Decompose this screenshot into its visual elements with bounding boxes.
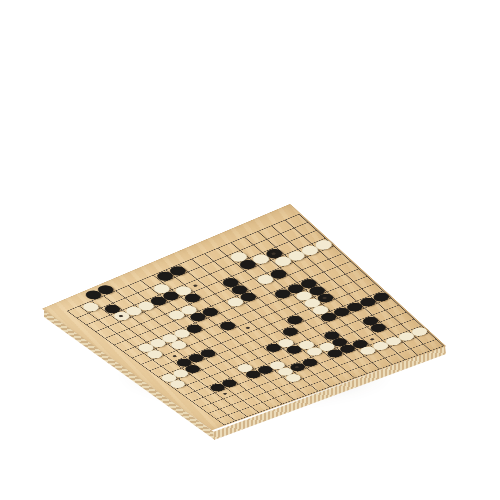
photo-stage: ●●●●●●●●●●●●●●●●●●●●●●●●●●●●●●●●●●●●●●●●… (0, 0, 500, 500)
